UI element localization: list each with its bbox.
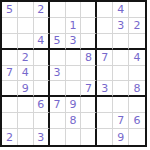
sudoku-cell-r4c6-given: 8 [81,50,97,66]
sudoku-cell-r6c7-given: 3 [97,81,113,97]
sudoku-cell-r2c2-empty[interactable] [18,18,34,34]
sudoku-cell-r9c5-empty[interactable] [66,129,82,145]
sudoku-cell-r3c9-empty[interactable] [129,34,145,50]
sudoku-cell-r7c7-empty[interactable] [97,97,113,113]
sudoku-cell-r9c4-empty[interactable] [50,129,66,145]
sudoku-cell-r2c8-given: 3 [113,18,129,34]
sudoku-cell-r5c3-empty[interactable] [34,66,50,82]
sudoku-cell-r3c8-empty[interactable] [113,34,129,50]
sudoku-cell-r1c8-given: 4 [113,2,129,18]
sudoku-cell-r3c4-given: 5 [50,34,66,50]
sudoku-cell-r7c2-empty[interactable] [18,97,34,113]
sudoku-cell-r4c1-empty[interactable] [2,50,18,66]
sudoku-cell-r9c3-given: 3 [34,129,50,145]
sudoku-cell-r3c1-empty[interactable] [2,34,18,50]
sudoku-cell-r4c4-empty[interactable] [50,50,66,66]
sudoku-cell-r1c7-empty[interactable] [97,2,113,18]
sudoku-cell-r5c9-empty[interactable] [129,66,145,82]
sudoku-cell-r4c8-empty[interactable] [113,50,129,66]
sudoku-cell-r9c7-empty[interactable] [97,129,113,145]
sudoku-cell-r7c6-empty[interactable] [81,97,97,113]
sudoku-cell-r7c5-given: 9 [66,97,82,113]
sudoku-cell-r5c4-given: 3 [50,66,66,82]
sudoku-cell-r1c9-empty[interactable] [129,2,145,18]
sudoku-cell-r4c7-given: 7 [97,50,113,66]
sudoku-cell-r6c4-empty[interactable] [50,81,66,97]
sudoku-cell-r1c1-given: 5 [2,2,18,18]
sudoku-cell-r5c1-given: 7 [2,66,18,82]
sudoku-cell-r5c6-empty[interactable] [81,66,97,82]
sudoku-cell-r2c7-empty[interactable] [97,18,113,34]
sudoku-cell-r1c6-empty[interactable] [81,2,97,18]
sudoku-board: 52413245328747439738679876239 [0,0,147,147]
sudoku-page: 52413245328747439738679876239 [0,0,150,150]
sudoku-cell-r2c5-given: 1 [66,18,82,34]
sudoku-cell-r3c6-empty[interactable] [81,34,97,50]
sudoku-cell-r8c6-empty[interactable] [81,113,97,129]
sudoku-cell-r3c5-given: 3 [66,34,82,50]
sudoku-cell-r4c3-empty[interactable] [34,50,50,66]
sudoku-cell-r1c3-given: 2 [34,2,50,18]
sudoku-cell-r8c5-given: 8 [66,113,82,129]
sudoku-cell-r5c5-empty[interactable] [66,66,82,82]
sudoku-cell-r1c5-empty[interactable] [66,2,82,18]
sudoku-cell-r5c7-empty[interactable] [97,66,113,82]
sudoku-cell-r5c8-empty[interactable] [113,66,129,82]
sudoku-cell-r4c9-given: 4 [129,50,145,66]
sudoku-cell-r8c3-empty[interactable] [34,113,50,129]
sudoku-cell-r2c1-empty[interactable] [2,18,18,34]
sudoku-cell-r6c6-given: 7 [81,81,97,97]
sudoku-cell-r9c1-given: 2 [2,129,18,145]
sudoku-cell-r4c2-given: 2 [18,50,34,66]
sudoku-cell-r8c2-empty[interactable] [18,113,34,129]
sudoku-cell-r3c2-empty[interactable] [18,34,34,50]
sudoku-cell-r6c5-empty[interactable] [66,81,82,97]
sudoku-cell-r7c3-given: 6 [34,97,50,113]
sudoku-cell-r6c9-given: 8 [129,81,145,97]
sudoku-cell-r5c2-given: 4 [18,66,34,82]
sudoku-cell-r6c3-empty[interactable] [34,81,50,97]
sudoku-cell-r2c4-empty[interactable] [50,18,66,34]
sudoku-cell-r6c1-empty[interactable] [2,81,18,97]
sudoku-cell-r3c7-empty[interactable] [97,34,113,50]
sudoku-cell-r8c7-empty[interactable] [97,113,113,129]
sudoku-cell-r9c6-empty[interactable] [81,129,97,145]
sudoku-cell-r2c9-given: 2 [129,18,145,34]
sudoku-cell-r8c9-given: 6 [129,113,145,129]
sudoku-cell-r8c8-given: 7 [113,113,129,129]
sudoku-cell-r9c2-empty[interactable] [18,129,34,145]
sudoku-cell-r4c5-empty[interactable] [66,50,82,66]
sudoku-cell-r7c8-empty[interactable] [113,97,129,113]
sudoku-cell-r9c8-given: 9 [113,129,129,145]
sudoku-cell-r1c2-empty[interactable] [18,2,34,18]
sudoku-cell-r9c9-empty[interactable] [129,129,145,145]
sudoku-cell-r2c6-empty[interactable] [81,18,97,34]
sudoku-cell-r1c4-empty[interactable] [50,2,66,18]
sudoku-cell-r3c3-given: 4 [34,34,50,50]
sudoku-cell-r2c3-empty[interactable] [34,18,50,34]
sudoku-cell-r7c4-given: 7 [50,97,66,113]
sudoku-cell-r7c1-empty[interactable] [2,97,18,113]
sudoku-cell-r7c9-empty[interactable] [129,97,145,113]
sudoku-cell-r6c8-empty[interactable] [113,81,129,97]
sudoku-cell-r8c4-empty[interactable] [50,113,66,129]
sudoku-cell-r8c1-empty[interactable] [2,113,18,129]
sudoku-cell-r6c2-given: 9 [18,81,34,97]
